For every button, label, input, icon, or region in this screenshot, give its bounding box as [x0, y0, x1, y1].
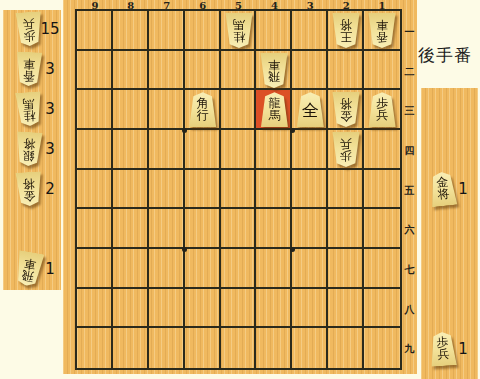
hand-sente-金将[interactable]: 金将: [429, 172, 457, 206]
piece-kanji: 車: [23, 256, 37, 270]
file-label-8: 8: [121, 0, 141, 11]
square-7四[interactable]: [149, 130, 185, 170]
piece-kanji: 馬: [22, 97, 35, 110]
square-7一[interactable]: [149, 11, 185, 51]
square-7三[interactable]: [149, 90, 185, 130]
piece-kanji: 馬: [233, 19, 245, 31]
file-label-7: 7: [157, 0, 177, 11]
square-5七[interactable]: [221, 249, 257, 289]
square-1九[interactable]: [364, 328, 400, 368]
square-8九[interactable]: [113, 328, 149, 368]
square-7九[interactable]: [149, 328, 185, 368]
square-3一[interactable]: [292, 11, 328, 51]
piece-kanji: 全: [302, 102, 319, 119]
square-3八[interactable]: [292, 289, 328, 329]
square-5五[interactable]: [221, 170, 257, 210]
shogi-app: 後手番 987654321一二三四五六七八九桂馬王将香車飛車角行龍馬全金将歩兵歩…: [0, 0, 480, 379]
hand-count-gote-金将: 2: [40, 180, 60, 198]
square-4五[interactable]: [256, 170, 292, 210]
square-4八[interactable]: [256, 289, 292, 329]
square-5六[interactable]: [221, 209, 257, 249]
rank-label-6: 六: [402, 223, 417, 237]
piece-kanji: 馬: [268, 110, 280, 122]
square-8六[interactable]: [113, 209, 149, 249]
piece-kanji: 行: [197, 110, 209, 122]
file-label-1: 1: [372, 0, 392, 11]
hand-count-gote-飛車: 1: [40, 260, 60, 278]
square-1二[interactable]: [364, 51, 400, 91]
piece-kanji: 桂: [233, 31, 245, 43]
square-7五[interactable]: [149, 170, 185, 210]
piece-kanji: 将: [340, 19, 352, 31]
piece-kanji: 王: [340, 31, 352, 43]
hand-count-sente-金将: 1: [455, 180, 471, 198]
square-8八[interactable]: [113, 289, 149, 329]
piece-kanji: 香: [376, 31, 388, 43]
square-4四[interactable]: [256, 130, 292, 170]
square-6一[interactable]: [185, 11, 221, 51]
piece-gote-2一[interactable]: 王将: [331, 13, 361, 48]
hand-count-gote-桂馬: 3: [40, 100, 60, 118]
piece-gote-5一[interactable]: 桂馬: [224, 13, 254, 48]
piece-kanji: 将: [23, 137, 36, 149]
file-label-9: 9: [85, 0, 105, 11]
file-label-4: 4: [264, 0, 284, 11]
square-5九[interactable]: [221, 328, 257, 368]
piece-kanji: 金: [340, 110, 352, 122]
piece-kanji: 将: [22, 177, 35, 189]
square-2七[interactable]: [328, 249, 364, 289]
square-4九[interactable]: [256, 328, 292, 368]
hand-count-gote-銀将: 3: [40, 140, 60, 158]
piece-kanji: 兵: [437, 349, 450, 362]
hand-gote-香車[interactable]: 香車: [15, 52, 43, 86]
square-2五[interactable]: [328, 170, 364, 210]
piece-kanji: 兵: [340, 138, 352, 150]
square-7七[interactable]: [149, 249, 185, 289]
piece-sente-1三[interactable]: 歩兵: [367, 92, 397, 127]
square-2九[interactable]: [328, 328, 364, 368]
rank-label-9: 九: [402, 342, 417, 356]
square-4六[interactable]: [256, 209, 292, 249]
hand-count-gote-歩兵: 15: [40, 20, 60, 38]
piece-kanji: 将: [340, 98, 352, 110]
piece-sente-4三[interactable]: 龍馬: [259, 92, 289, 127]
square-6二[interactable]: [185, 51, 221, 91]
square-3四[interactable]: [292, 130, 328, 170]
hand-gote-桂馬[interactable]: 桂馬: [15, 92, 43, 126]
piece-kanji: 車: [376, 19, 388, 31]
square-9二[interactable]: [77, 51, 113, 91]
rank-label-7: 七: [402, 263, 417, 277]
square-9五[interactable]: [77, 170, 113, 210]
square-6七[interactable]: [185, 249, 221, 289]
hoshi-dot: [182, 247, 187, 252]
square-7六[interactable]: [149, 209, 185, 249]
piece-kanji: 車: [23, 57, 35, 69]
square-6四[interactable]: [185, 130, 221, 170]
square-7二[interactable]: [149, 51, 185, 91]
square-8二[interactable]: [113, 51, 149, 91]
piece-gote-2三[interactable]: 金将: [331, 92, 361, 127]
square-6五[interactable]: [185, 170, 221, 210]
hand-gote-飛車[interactable]: 飛車: [15, 252, 43, 286]
file-label-6: 6: [193, 0, 213, 11]
square-1四[interactable]: [364, 130, 400, 170]
square-6六[interactable]: [185, 209, 221, 249]
square-5四[interactable]: [221, 130, 257, 170]
piece-gote-4二[interactable]: 飛車: [259, 53, 289, 88]
hoshi-dot: [182, 128, 187, 133]
piece-gote-2四[interactable]: 歩兵: [331, 132, 361, 167]
square-3六[interactable]: [292, 209, 328, 249]
hand-count-gote-香車: 3: [40, 60, 60, 78]
square-1七[interactable]: [364, 249, 400, 289]
square-9一[interactable]: [77, 11, 113, 51]
square-6八[interactable]: [185, 289, 221, 329]
hand-count-sente-歩兵: 1: [455, 340, 471, 358]
piece-kanji: 兵: [22, 17, 35, 29]
piece-gote-1一[interactable]: 香車: [367, 13, 397, 48]
square-3五[interactable]: [292, 170, 328, 210]
square-4一[interactable]: [256, 11, 292, 51]
piece-kanji: 将: [437, 188, 450, 201]
square-7八[interactable]: [149, 289, 185, 329]
hand-gote-金将[interactable]: 金将: [15, 172, 43, 206]
square-2六[interactable]: [328, 209, 364, 249]
square-5八[interactable]: [221, 289, 257, 329]
turn-indicator: 後手番: [418, 44, 478, 67]
file-label-2: 2: [336, 0, 356, 11]
rank-label-1: 一: [402, 25, 417, 39]
square-9八[interactable]: [77, 289, 113, 329]
square-8五[interactable]: [113, 170, 149, 210]
square-1八[interactable]: [364, 289, 400, 329]
square-3九[interactable]: [292, 328, 328, 368]
rank-label-2: 二: [402, 65, 417, 79]
piece-sente-6三[interactable]: 角行: [188, 92, 218, 127]
board-grid: [75, 9, 402, 370]
square-9三[interactable]: [77, 90, 113, 130]
piece-kanji: 兵: [376, 110, 388, 122]
square-3七[interactable]: [292, 249, 328, 289]
hoshi-dot: [290, 247, 295, 252]
hand-sente-歩兵[interactable]: 歩兵: [429, 332, 457, 366]
square-5二[interactable]: [221, 51, 257, 91]
file-label-5: 5: [229, 0, 249, 11]
square-2八[interactable]: [328, 289, 364, 329]
square-1五[interactable]: [364, 170, 400, 210]
file-label-3: 3: [300, 0, 320, 11]
square-8七[interactable]: [113, 249, 149, 289]
hand-gote-歩兵[interactable]: 歩兵: [15, 12, 43, 46]
rank-label-5: 五: [402, 184, 417, 198]
piece-kanji: 歩: [340, 150, 352, 162]
square-9四[interactable]: [77, 130, 113, 170]
square-9七[interactable]: [77, 249, 113, 289]
rank-label-4: 四: [402, 144, 417, 158]
rank-label-8: 八: [402, 303, 417, 317]
square-8三[interactable]: [113, 90, 149, 130]
hand-gote-銀将[interactable]: 銀将: [15, 132, 43, 166]
square-1六[interactable]: [364, 209, 400, 249]
square-8四[interactable]: [113, 130, 149, 170]
square-5三[interactable]: [221, 90, 257, 130]
piece-sente-3三[interactable]: 全: [295, 92, 325, 127]
square-6九[interactable]: [185, 328, 221, 368]
hoshi-dot: [290, 128, 295, 133]
piece-kanji: 車: [268, 58, 280, 70]
square-9九[interactable]: [77, 328, 113, 368]
square-9六[interactable]: [77, 209, 113, 249]
rank-label-3: 三: [402, 104, 417, 118]
square-3二[interactable]: [292, 51, 328, 91]
square-8一[interactable]: [113, 11, 149, 51]
square-4七[interactable]: [256, 249, 292, 289]
square-2二[interactable]: [328, 51, 364, 91]
